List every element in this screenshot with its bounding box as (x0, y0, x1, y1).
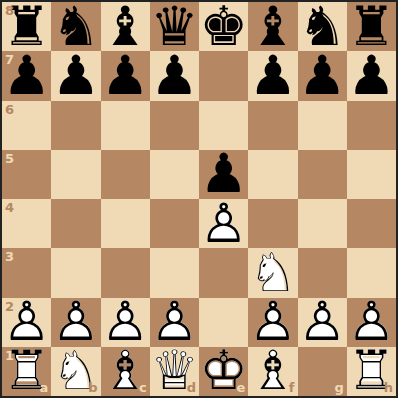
square-g4[interactable] (298, 199, 347, 248)
white-piece-outline: ♙ (298, 298, 347, 347)
square-d6[interactable] (150, 101, 199, 150)
square-d7[interactable]: ♟ (150, 51, 199, 100)
square-h4[interactable] (347, 199, 396, 248)
file-label-e: e (236, 381, 245, 394)
square-b4[interactable] (51, 199, 100, 248)
square-d4[interactable] (150, 199, 199, 248)
square-b5[interactable] (51, 150, 100, 199)
rank-label-1: 1 (5, 349, 14, 362)
file-label-g: g (334, 381, 343, 394)
chess-board: 8♜♞♝♛♚♝♞♜7♟♟♟♟♟♟♟65♟4♟♙3♞♘2♟♙♟♙♟♙♟♙♟♙♟♙♟… (2, 2, 396, 396)
square-b1[interactable]: b♞♘ (51, 347, 100, 396)
square-e1[interactable]: e♚♔ (199, 347, 248, 396)
board-frame: 8♜♞♝♛♚♝♞♜7♟♟♟♟♟♟♟65♟4♟♙3♞♘2♟♙♟♙♟♙♟♙♟♙♟♙♟… (0, 0, 398, 398)
black-pawn[interactable]: ♟ (298, 51, 347, 100)
square-f1[interactable]: f♝♗ (248, 347, 297, 396)
rank-label-4: 4 (5, 201, 14, 214)
square-h7[interactable]: ♟ (347, 51, 396, 100)
square-g2[interactable]: ♟♙ (298, 298, 347, 347)
square-a1[interactable]: 1a♜♖ (2, 347, 51, 396)
file-label-d: d (187, 381, 196, 394)
black-piece-glyph: ♟ (51, 51, 100, 100)
square-a4[interactable]: 4 (2, 199, 51, 248)
square-g5[interactable] (298, 150, 347, 199)
square-c6[interactable] (101, 101, 150, 150)
black-piece-glyph: ♟ (101, 51, 150, 100)
square-b7[interactable]: ♟ (51, 51, 100, 100)
square-g1[interactable]: g (298, 347, 347, 396)
square-e7[interactable] (199, 51, 248, 100)
square-f5[interactable] (248, 150, 297, 199)
black-pawn[interactable]: ♟ (150, 51, 199, 100)
file-label-c: c (139, 381, 147, 394)
rank-label-3: 3 (5, 250, 14, 263)
rank-label-5: 5 (5, 152, 14, 165)
square-h1[interactable]: h♜♖ (347, 347, 396, 396)
square-d1[interactable]: d♛♕ (150, 347, 199, 396)
square-h5[interactable] (347, 150, 396, 199)
square-a7[interactable]: 7♟ (2, 51, 51, 100)
file-label-h: h (384, 381, 393, 394)
square-b6[interactable] (51, 101, 100, 150)
file-label-b: b (88, 381, 97, 394)
black-piece-glyph: ♟ (248, 51, 297, 100)
square-e8[interactable]: ♚ (199, 2, 248, 51)
file-label-a: a (39, 381, 48, 394)
square-e4[interactable]: ♟♙ (199, 199, 248, 248)
white-pawn[interactable]: ♟♙ (298, 298, 347, 347)
square-d5[interactable] (150, 150, 199, 199)
rank-label-6: 6 (5, 103, 14, 116)
black-pawn[interactable]: ♟ (347, 51, 396, 100)
rank-label-2: 2 (5, 300, 14, 313)
file-label-f: f (289, 381, 295, 394)
square-a6[interactable]: 6 (2, 101, 51, 150)
white-piece-outline: ♙ (199, 199, 248, 248)
square-f7[interactable]: ♟ (248, 51, 297, 100)
black-piece-glyph: ♟ (150, 51, 199, 100)
square-f6[interactable] (248, 101, 297, 150)
square-h6[interactable] (347, 101, 396, 150)
square-e3[interactable] (199, 248, 248, 297)
square-g6[interactable] (298, 101, 347, 150)
black-king[interactable]: ♚ (199, 2, 248, 51)
square-c1[interactable]: c♝♗ (101, 347, 150, 396)
square-c4[interactable] (101, 199, 150, 248)
square-c5[interactable] (101, 150, 150, 199)
black-pawn[interactable]: ♟ (101, 51, 150, 100)
rank-label-8: 8 (5, 4, 14, 17)
square-a5[interactable]: 5 (2, 150, 51, 199)
black-piece-glyph: ♟ (347, 51, 396, 100)
black-piece-glyph: ♟ (298, 51, 347, 100)
square-g7[interactable]: ♟ (298, 51, 347, 100)
rank-label-7: 7 (5, 53, 14, 66)
black-pawn[interactable]: ♟ (248, 51, 297, 100)
white-pawn[interactable]: ♟♙ (199, 199, 248, 248)
black-piece-glyph: ♚ (199, 2, 248, 51)
square-c7[interactable]: ♟ (101, 51, 150, 100)
black-pawn[interactable]: ♟ (51, 51, 100, 100)
